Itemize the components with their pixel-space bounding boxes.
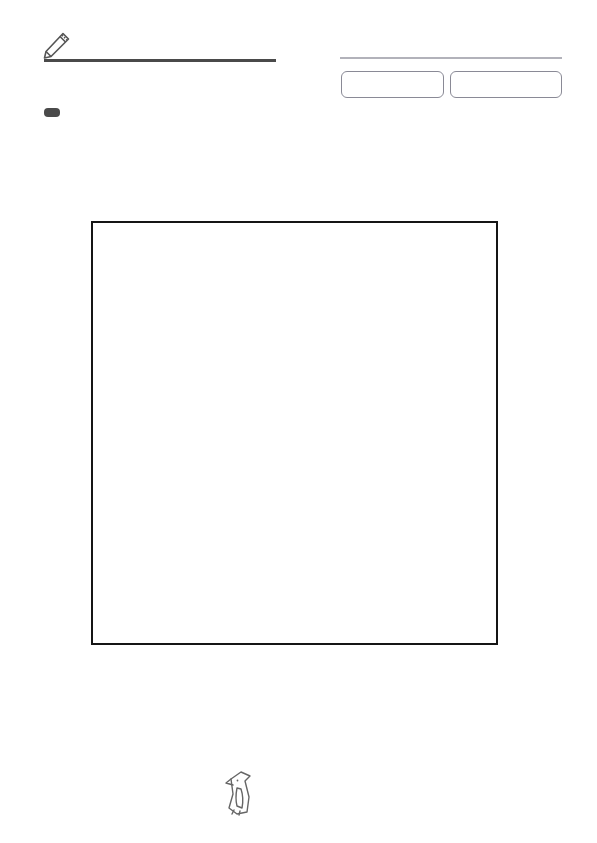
header-rule xyxy=(44,59,276,62)
footer xyxy=(0,766,597,821)
category-badge xyxy=(44,108,60,117)
date-box[interactable] xyxy=(341,71,444,98)
qr-code xyxy=(342,771,382,811)
penguin-logo-icon xyxy=(224,770,257,816)
hundred-square-grid xyxy=(91,221,498,645)
pencil-icon xyxy=(42,30,72,60)
name-input-line[interactable] xyxy=(340,57,562,59)
score-box[interactable] xyxy=(450,71,562,98)
worksheet-page xyxy=(0,0,597,843)
